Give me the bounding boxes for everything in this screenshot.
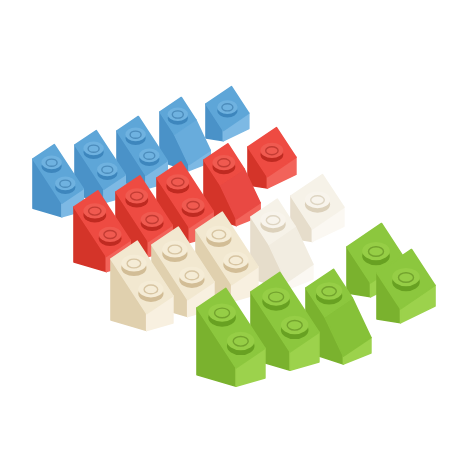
block-ivory-cube-1 bbox=[291, 175, 344, 242]
toy-blocks-product-photo bbox=[0, 0, 470, 470]
block-blue-wedge-1 bbox=[160, 98, 210, 171]
block-blue-cube-1 bbox=[206, 87, 249, 141]
blocks-illustration bbox=[0, 0, 470, 470]
block-red-cube-1 bbox=[248, 128, 296, 188]
